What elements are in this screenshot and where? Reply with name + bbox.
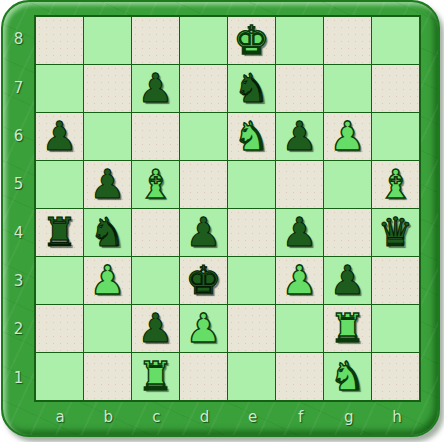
square-h4[interactable]: ♛: [372, 209, 419, 256]
square-e7[interactable]: ♞: [228, 65, 275, 112]
square-b2[interactable]: [84, 305, 131, 352]
square-c6[interactable]: [132, 113, 179, 160]
square-h7[interactable]: [372, 65, 419, 112]
square-d3[interactable]: ♚: [180, 257, 227, 304]
piece-black-pawn[interactable]: ♟: [90, 164, 126, 204]
square-c7[interactable]: ♟: [132, 65, 179, 112]
piece-black-knight[interactable]: ♞: [90, 212, 126, 252]
rank-label-4: 4: [3, 209, 34, 257]
square-d4[interactable]: ♟: [180, 209, 227, 256]
file-labels: abcdefgh: [36, 403, 421, 430]
square-f7[interactable]: [276, 65, 323, 112]
square-d1[interactable]: [180, 353, 227, 400]
square-b3[interactable]: ♟: [84, 257, 131, 304]
square-f2[interactable]: [276, 305, 323, 352]
square-h5[interactable]: ♝: [372, 161, 419, 208]
file-label-c: c: [132, 403, 180, 430]
square-g2[interactable]: ♜: [324, 305, 371, 352]
square-a4[interactable]: ♜: [36, 209, 83, 256]
piece-white-king[interactable]: ♚: [234, 20, 270, 60]
piece-black-pawn[interactable]: ♟: [138, 308, 174, 348]
square-e8[interactable]: ♚: [228, 17, 275, 64]
square-h2[interactable]: [372, 305, 419, 352]
square-a7[interactable]: [36, 65, 83, 112]
file-label-b: b: [84, 403, 132, 430]
square-c4[interactable]: [132, 209, 179, 256]
piece-black-pawn[interactable]: ♟: [42, 116, 78, 156]
square-f8[interactable]: [276, 17, 323, 64]
square-a3[interactable]: [36, 257, 83, 304]
square-c2[interactable]: ♟: [132, 305, 179, 352]
piece-white-bishop[interactable]: ♝: [138, 164, 174, 204]
file-label-f: f: [277, 403, 325, 430]
square-a6[interactable]: ♟: [36, 113, 83, 160]
square-e3[interactable]: [228, 257, 275, 304]
piece-white-knight[interactable]: ♞: [234, 116, 270, 156]
piece-white-pawn[interactable]: ♟: [186, 308, 222, 348]
rank-label-3: 3: [3, 257, 34, 305]
piece-white-bishop[interactable]: ♝: [378, 164, 414, 204]
square-c1[interactable]: ♜: [132, 353, 179, 400]
square-f4[interactable]: ♟: [276, 209, 323, 256]
piece-black-rook[interactable]: ♜: [42, 212, 78, 252]
square-h6[interactable]: [372, 113, 419, 160]
piece-white-rook[interactable]: ♜: [330, 308, 366, 348]
piece-black-pawn[interactable]: ♟: [282, 212, 318, 252]
square-f5[interactable]: [276, 161, 323, 208]
square-d7[interactable]: [180, 65, 227, 112]
file-label-d: d: [180, 403, 228, 430]
square-d5[interactable]: [180, 161, 227, 208]
square-h3[interactable]: [372, 257, 419, 304]
piece-black-pawn[interactable]: ♟: [330, 260, 366, 300]
file-label-g: g: [325, 403, 373, 430]
square-g7[interactable]: [324, 65, 371, 112]
square-g3[interactable]: ♟: [324, 257, 371, 304]
square-d2[interactable]: ♟: [180, 305, 227, 352]
piece-black-queen[interactable]: ♛: [378, 212, 414, 252]
piece-white-pawn[interactable]: ♟: [282, 260, 318, 300]
rank-label-5: 5: [3, 160, 34, 208]
square-e2[interactable]: [228, 305, 275, 352]
square-b5[interactable]: ♟: [84, 161, 131, 208]
board-frame: 87654321 ♚♟♞♟♞♟♟♟♝♝♜♞♟♟♛♟♚♟♟♟♟♜♜♞ abcdef…: [1, 0, 440, 437]
square-b7[interactable]: [84, 65, 131, 112]
square-h1[interactable]: [372, 353, 419, 400]
piece-black-knight[interactable]: ♞: [234, 68, 270, 108]
piece-black-pawn[interactable]: ♟: [186, 212, 222, 252]
rank-label-7: 7: [3, 63, 34, 111]
piece-black-king[interactable]: ♚: [186, 260, 222, 300]
square-c8[interactable]: [132, 17, 179, 64]
square-b1[interactable]: [84, 353, 131, 400]
file-label-h: h: [373, 403, 421, 430]
square-e1[interactable]: [228, 353, 275, 400]
square-c5[interactable]: ♝: [132, 161, 179, 208]
piece-white-pawn[interactable]: ♟: [330, 116, 366, 156]
piece-white-pawn[interactable]: ♟: [90, 260, 126, 300]
square-h8[interactable]: [372, 17, 419, 64]
square-a2[interactable]: [36, 305, 83, 352]
square-a5[interactable]: [36, 161, 83, 208]
rank-label-8: 8: [3, 15, 34, 63]
file-label-a: a: [36, 403, 84, 430]
square-g4[interactable]: [324, 209, 371, 256]
piece-black-pawn[interactable]: ♟: [138, 68, 174, 108]
rank-label-1: 1: [3, 354, 34, 402]
piece-white-rook[interactable]: ♜: [138, 356, 174, 396]
file-label-e: e: [229, 403, 277, 430]
piece-black-pawn[interactable]: ♟: [282, 116, 318, 156]
square-g1[interactable]: ♞: [324, 353, 371, 400]
square-g5[interactable]: [324, 161, 371, 208]
square-f3[interactable]: ♟: [276, 257, 323, 304]
square-g8[interactable]: [324, 17, 371, 64]
square-e4[interactable]: [228, 209, 275, 256]
square-d6[interactable]: [180, 113, 227, 160]
rank-label-6: 6: [3, 112, 34, 160]
square-b4[interactable]: ♞: [84, 209, 131, 256]
rank-labels: 87654321: [3, 15, 34, 402]
square-d8[interactable]: [180, 17, 227, 64]
square-f6[interactable]: ♟: [276, 113, 323, 160]
square-a8[interactable]: [36, 17, 83, 64]
square-a1[interactable]: [36, 353, 83, 400]
square-e5[interactable]: [228, 161, 275, 208]
rank-label-2: 2: [3, 305, 34, 353]
piece-white-knight[interactable]: ♞: [330, 356, 366, 396]
chess-board: ♚♟♞♟♞♟♟♟♝♝♜♞♟♟♛♟♚♟♟♟♟♜♜♞: [34, 15, 421, 402]
square-c3[interactable]: [132, 257, 179, 304]
square-b6[interactable]: [84, 113, 131, 160]
square-e6[interactable]: ♞: [228, 113, 275, 160]
square-f1[interactable]: [276, 353, 323, 400]
square-g6[interactable]: ♟: [324, 113, 371, 160]
square-b8[interactable]: [84, 17, 131, 64]
